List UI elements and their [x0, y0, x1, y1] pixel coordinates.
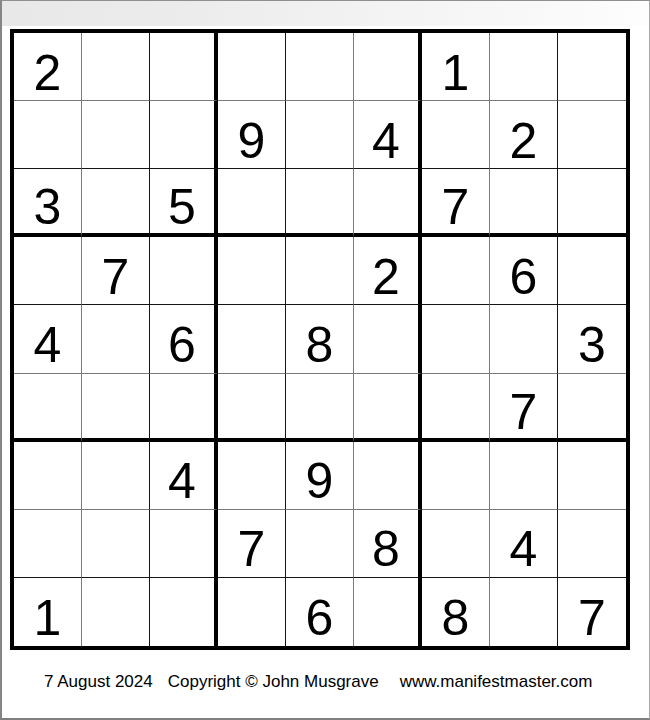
cell-r3c1[interactable]: 3	[14, 169, 82, 237]
cell-r6c6[interactable]	[354, 374, 422, 442]
cell-r1c8[interactable]	[490, 33, 558, 101]
cell-r7c4[interactable]	[218, 442, 286, 510]
cell-r6c1[interactable]	[14, 374, 82, 442]
toolbar-strip	[2, 1, 649, 26]
footer: 7 August 2024 Copyright © John Musgrave …	[44, 672, 592, 692]
cell-r9c9[interactable]: 7	[558, 578, 626, 646]
cell-r9c7[interactable]: 8	[422, 578, 490, 646]
cell-r3c3[interactable]: 5	[150, 169, 218, 237]
puzzle-page: 2194235772646837497841687 7 August 2024 …	[0, 0, 650, 720]
cell-r7c9[interactable]	[558, 442, 626, 510]
cell-r9c8[interactable]	[490, 578, 558, 646]
cell-r9c2[interactable]	[82, 578, 150, 646]
cell-r2c6[interactable]: 4	[354, 101, 422, 169]
cell-r1c9[interactable]	[558, 33, 626, 101]
cell-r6c3[interactable]	[150, 374, 218, 442]
cell-r8c7[interactable]	[422, 510, 490, 578]
footer-website: www.manifestmaster.com	[400, 672, 593, 692]
cell-r7c8[interactable]	[490, 442, 558, 510]
cell-r2c9[interactable]	[558, 101, 626, 169]
cell-r3c2[interactable]	[82, 169, 150, 237]
cell-r3c6[interactable]	[354, 169, 422, 237]
cell-r4c9[interactable]	[558, 237, 626, 305]
cell-r4c1[interactable]	[14, 237, 82, 305]
cell-r3c7[interactable]: 7	[422, 169, 490, 237]
cell-r1c5[interactable]	[286, 33, 354, 101]
cell-r4c5[interactable]	[286, 237, 354, 305]
cell-r1c3[interactable]	[150, 33, 218, 101]
cell-r5c2[interactable]	[82, 305, 150, 373]
cell-r5c6[interactable]	[354, 305, 422, 373]
cell-r9c4[interactable]	[218, 578, 286, 646]
cell-r2c8[interactable]: 2	[490, 101, 558, 169]
cell-r7c1[interactable]	[14, 442, 82, 510]
cell-r1c7[interactable]: 1	[422, 33, 490, 101]
cell-r2c3[interactable]	[150, 101, 218, 169]
cell-r6c9[interactable]	[558, 374, 626, 442]
cell-r4c6[interactable]: 2	[354, 237, 422, 305]
cell-r1c6[interactable]	[354, 33, 422, 101]
cell-r8c5[interactable]	[286, 510, 354, 578]
cell-r6c2[interactable]	[82, 374, 150, 442]
cell-r7c6[interactable]	[354, 442, 422, 510]
cell-r8c3[interactable]	[150, 510, 218, 578]
cell-r5c5[interactable]: 8	[286, 305, 354, 373]
cell-r1c4[interactable]	[218, 33, 286, 101]
cell-r9c6[interactable]	[354, 578, 422, 646]
cell-r2c4[interactable]: 9	[218, 101, 286, 169]
sudoku-board: 2194235772646837497841687	[10, 29, 630, 650]
cell-r2c5[interactable]	[286, 101, 354, 169]
cell-r5c8[interactable]	[490, 305, 558, 373]
cell-r1c1[interactable]: 2	[14, 33, 82, 101]
cell-r8c1[interactable]	[14, 510, 82, 578]
footer-date: 7 August 2024	[44, 672, 153, 692]
cell-r4c7[interactable]	[422, 237, 490, 305]
cell-r5c9[interactable]: 3	[558, 305, 626, 373]
cell-r3c8[interactable]	[490, 169, 558, 237]
cell-r7c2[interactable]	[82, 442, 150, 510]
cell-r7c5[interactable]: 9	[286, 442, 354, 510]
cell-r8c6[interactable]: 8	[354, 510, 422, 578]
cell-r8c8[interactable]: 4	[490, 510, 558, 578]
cell-r9c5[interactable]: 6	[286, 578, 354, 646]
cell-r5c3[interactable]: 6	[150, 305, 218, 373]
cell-r5c7[interactable]	[422, 305, 490, 373]
cell-r6c8[interactable]: 7	[490, 374, 558, 442]
cell-r6c5[interactable]	[286, 374, 354, 442]
cell-r7c3[interactable]: 4	[150, 442, 218, 510]
cell-r4c2[interactable]: 7	[82, 237, 150, 305]
cell-r9c1[interactable]: 1	[14, 578, 82, 646]
cell-r5c4[interactable]	[218, 305, 286, 373]
cell-r8c2[interactable]	[82, 510, 150, 578]
cell-r1c2[interactable]	[82, 33, 150, 101]
cell-r4c4[interactable]	[218, 237, 286, 305]
footer-copyright: Copyright © John Musgrave	[168, 672, 379, 692]
cell-r8c9[interactable]	[558, 510, 626, 578]
cell-r2c1[interactable]	[14, 101, 82, 169]
cell-r2c7[interactable]	[422, 101, 490, 169]
cell-r3c5[interactable]	[286, 169, 354, 237]
cell-r4c3[interactable]	[150, 237, 218, 305]
cell-r2c2[interactable]	[82, 101, 150, 169]
cell-r7c7[interactable]	[422, 442, 490, 510]
cell-r5c1[interactable]: 4	[14, 305, 82, 373]
cell-r3c9[interactable]	[558, 169, 626, 237]
cell-r8c4[interactable]: 7	[218, 510, 286, 578]
cell-r6c7[interactable]	[422, 374, 490, 442]
cell-r9c3[interactable]	[150, 578, 218, 646]
cell-r3c4[interactable]	[218, 169, 286, 237]
cell-r6c4[interactable]	[218, 374, 286, 442]
cell-r4c8[interactable]: 6	[490, 237, 558, 305]
